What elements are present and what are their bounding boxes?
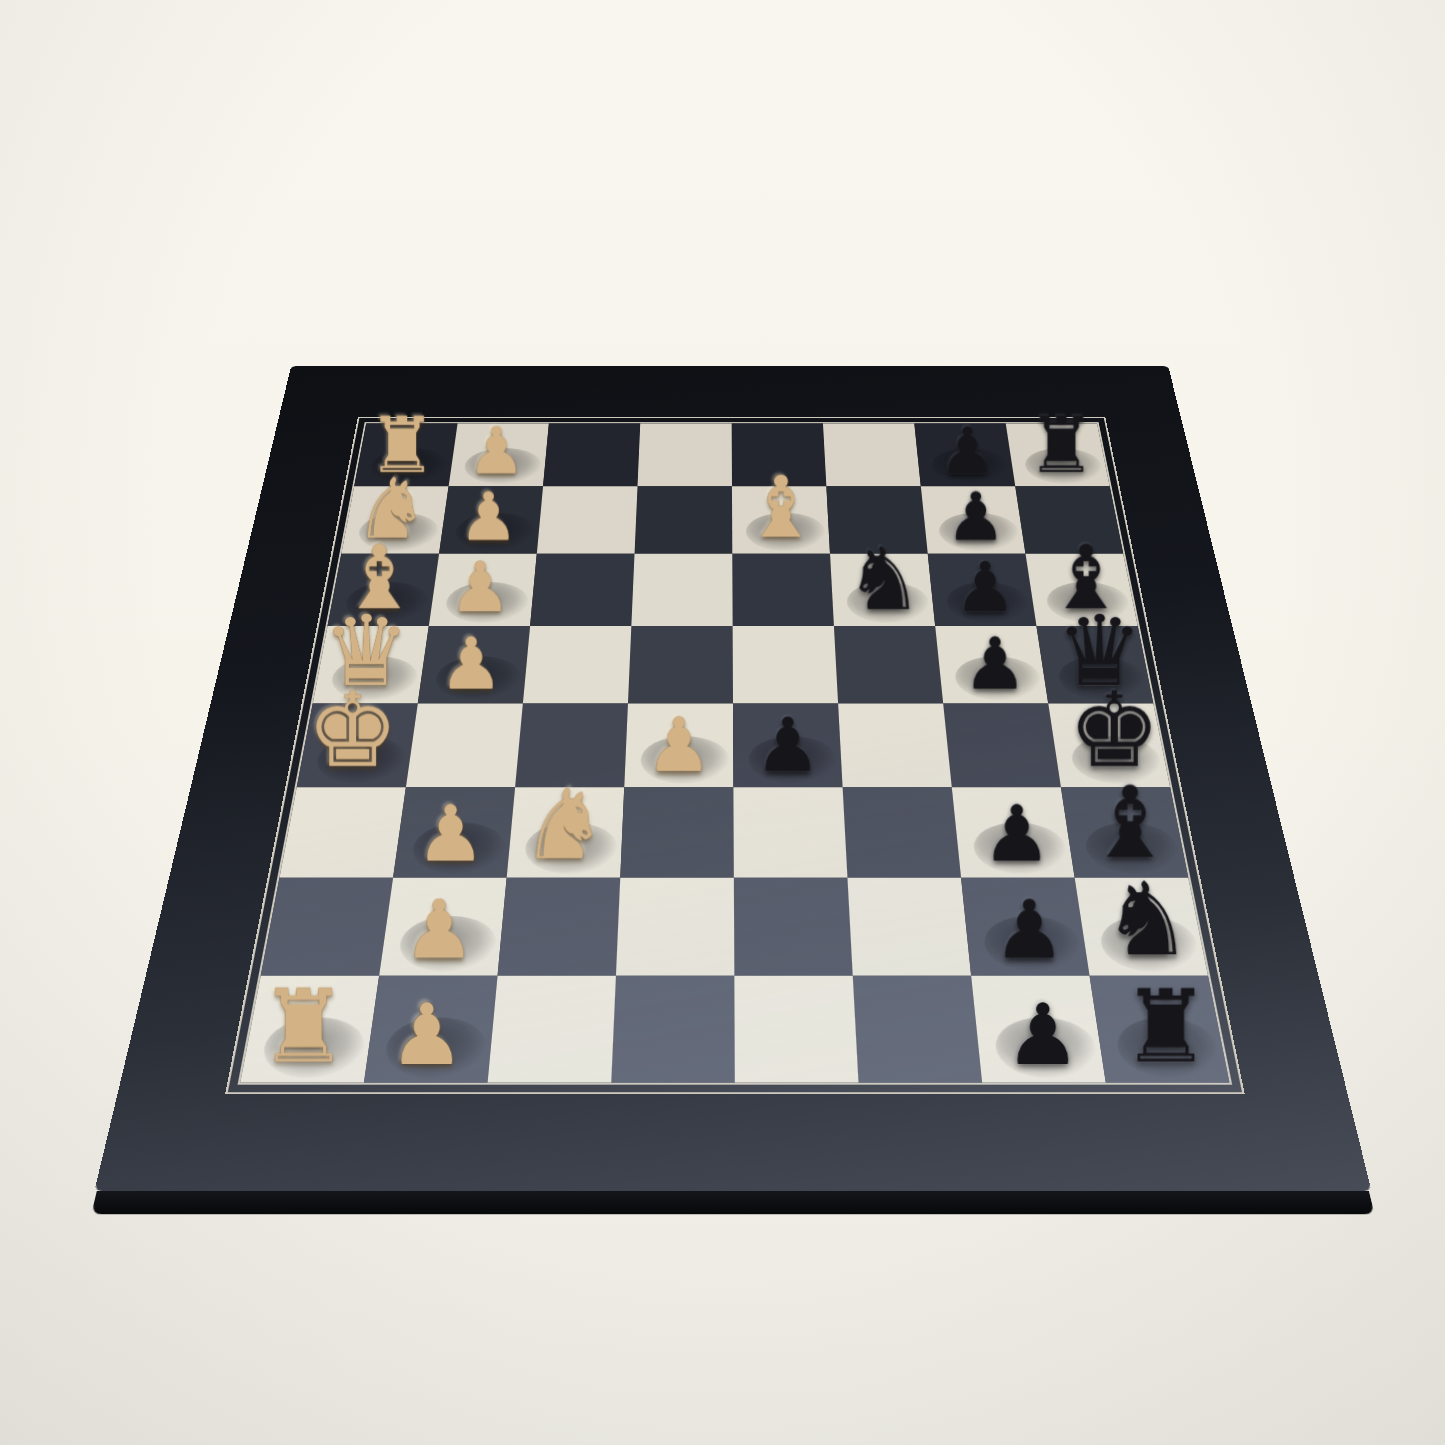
white-pawn-f2[interactable]: ♟ (394, 795, 507, 873)
square-c7[interactable]: ♟ (927, 554, 1036, 626)
black-pawn-b7[interactable]: ♟ (927, 483, 1024, 550)
black-pawn-g7[interactable]: ♟ (970, 889, 1088, 970)
black-knight-c6[interactable]: ♞ (833, 536, 934, 623)
square-e4[interactable]: ♟ (624, 704, 733, 788)
square-c3[interactable] (530, 554, 634, 626)
square-a6[interactable] (823, 423, 921, 486)
square-g4[interactable] (615, 878, 733, 976)
board-squares: ♜♟♟♜♞♟♝♟♝♟♞♟♝♛♟♟♛♚♟♟♚♟♞♟♝♟♟♞♜♟♟♜ (237, 422, 1232, 1084)
square-c6[interactable]: ♞ (830, 554, 935, 626)
square-f4[interactable] (620, 787, 734, 877)
square-d5[interactable] (732, 626, 837, 704)
square-f5[interactable] (733, 787, 847, 877)
white-pawn-h2[interactable]: ♟ (365, 992, 488, 1076)
white-pawn-c2[interactable]: ♟ (429, 553, 530, 622)
black-pawn-h7[interactable]: ♟ (981, 992, 1104, 1076)
square-h8[interactable]: ♜ (1089, 976, 1229, 1083)
black-rook-a8[interactable]: ♜ (1014, 406, 1108, 483)
white-king-e1[interactable]: ♚ (298, 679, 407, 783)
black-pawn-a7[interactable]: ♟ (920, 419, 1014, 484)
chessboard: ♜♟♟♜♞♟♝♟♝♟♞♟♝♛♟♟♛♚♟♟♚♟♞♟♝♟♟♞♜♟♟♜ (94, 366, 1371, 1191)
square-a4[interactable] (637, 423, 731, 486)
square-f3[interactable]: ♞ (506, 787, 624, 877)
square-c2[interactable]: ♟ (428, 554, 536, 626)
square-a8[interactable]: ♜ (1005, 423, 1109, 486)
square-h6[interactable] (852, 976, 981, 1083)
photo-scene: ♜♟♟♜♞♟♝♟♝♟♞♟♝♛♟♟♛♚♟♟♚♟♞♟♝♟♟♞♜♟♟♜ (0, 0, 1445, 1445)
white-pawn-e4[interactable]: ♟ (624, 708, 733, 783)
square-h3[interactable] (487, 976, 615, 1083)
square-h5[interactable] (734, 976, 858, 1083)
square-e6[interactable] (838, 704, 952, 788)
square-f1[interactable] (279, 787, 405, 877)
white-pawn-g2[interactable]: ♟ (380, 889, 498, 970)
square-g7[interactable]: ♟ (961, 878, 1089, 976)
square-d4[interactable] (627, 626, 732, 704)
square-g2[interactable]: ♟ (379, 878, 507, 976)
white-rook-h1[interactable]: ♜ (241, 976, 364, 1077)
square-g8[interactable]: ♞ (1074, 878, 1207, 976)
square-d7[interactable]: ♟ (935, 626, 1048, 704)
square-f2[interactable]: ♟ (393, 787, 515, 877)
square-h1[interactable]: ♜ (240, 976, 379, 1083)
black-pawn-f7[interactable]: ♟ (960, 795, 1073, 873)
black-pawn-c7[interactable]: ♟ (934, 553, 1035, 622)
black-bishop-f8[interactable]: ♝ (1073, 774, 1186, 873)
square-b7[interactable]: ♟ (920, 486, 1025, 553)
square-c5[interactable] (732, 554, 834, 626)
square-g5[interactable] (733, 878, 852, 976)
square-h4[interactable] (611, 976, 735, 1083)
square-b5[interactable]: ♝ (731, 486, 829, 553)
black-rook-h8[interactable]: ♜ (1104, 976, 1227, 1077)
white-pawn-b2[interactable]: ♟ (439, 483, 536, 550)
square-c4[interactable] (631, 554, 732, 626)
black-pawn-d7[interactable]: ♟ (942, 628, 1047, 700)
square-h2[interactable]: ♟ (363, 976, 497, 1083)
square-e1[interactable]: ♚ (296, 704, 417, 788)
black-pawn-e5[interactable]: ♟ (733, 708, 842, 783)
square-d6[interactable] (833, 626, 942, 704)
square-e5[interactable]: ♟ (733, 704, 843, 788)
square-d2[interactable]: ♟ (417, 626, 529, 704)
square-g3[interactable] (497, 878, 620, 976)
square-b4[interactable] (634, 486, 732, 553)
square-b2[interactable]: ♟ (439, 486, 543, 553)
square-g6[interactable] (847, 878, 971, 976)
white-knight-f3[interactable]: ♞ (507, 776, 620, 873)
black-knight-g8[interactable]: ♞ (1088, 869, 1206, 970)
square-a3[interactable] (543, 423, 640, 486)
square-d3[interactable] (522, 626, 631, 704)
square-g1[interactable] (260, 878, 392, 976)
square-e2[interactable] (405, 704, 522, 788)
square-f7[interactable]: ♟ (951, 787, 1074, 877)
board-frame: ♜♟♟♜♞♟♝♟♝♟♞♟♝♛♟♟♛♚♟♟♚♟♞♟♝♟♟♞♜♟♟♜ (94, 366, 1371, 1191)
white-bishop-b5[interactable]: ♝ (732, 465, 829, 550)
square-h7[interactable]: ♟ (971, 976, 1106, 1083)
square-e7[interactable] (943, 704, 1061, 788)
white-pawn-d2[interactable]: ♟ (418, 628, 523, 700)
square-b3[interactable] (536, 486, 637, 553)
square-f6[interactable] (842, 787, 960, 877)
white-pawn-a2[interactable]: ♟ (449, 419, 543, 484)
